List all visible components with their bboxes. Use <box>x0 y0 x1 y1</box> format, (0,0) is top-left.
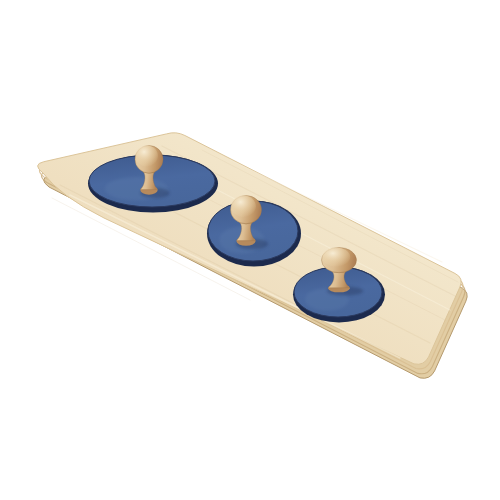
knob-head-highlight <box>136 146 158 167</box>
product-photo <box>0 0 500 500</box>
knob-head-highlight <box>322 248 350 267</box>
puzzle-photo-canvas <box>0 0 500 500</box>
knob-head-highlight <box>231 196 256 217</box>
